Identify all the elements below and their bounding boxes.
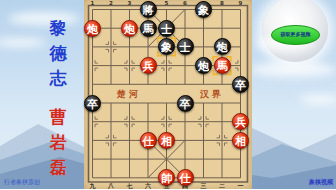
file-label-bottom: 三 <box>201 182 207 189</box>
piece-black-卒[interactable]: 卒 <box>177 95 194 112</box>
watermark-bottom-left: 行者象棋原创 <box>4 178 40 187</box>
piece-black-象[interactable]: 象 <box>195 1 212 18</box>
piece-red-馬[interactable]: 馬 <box>214 57 231 74</box>
piece-black-卒[interactable]: 卒 <box>232 76 249 93</box>
file-label-bottom: 七 <box>126 182 133 190</box>
piece-black-將[interactable]: 將 <box>140 1 157 18</box>
player-name-top: 黎德志 <box>48 16 68 91</box>
river-label-right: 汉界 <box>192 88 232 101</box>
video-frame: 获取更多视频 黎德志 曹岩磊 行者象棋原创 象棋视频 123456789九八七六… <box>0 0 336 189</box>
file-label-top: 2 <box>109 0 113 6</box>
piece-black-士[interactable]: 士 <box>158 20 175 37</box>
file-label-top: 8 <box>220 0 224 6</box>
file-label-top: 1 <box>91 0 95 6</box>
piece-red-仕[interactable]: 仕 <box>177 169 194 186</box>
piece-red-兵[interactable]: 兵 <box>140 57 157 74</box>
river-label-left: 楚河 <box>109 88 149 101</box>
file-label-top: 6 <box>183 0 187 6</box>
cloud <box>250 62 336 77</box>
piece-red-仕[interactable]: 仕 <box>140 132 157 149</box>
file-label-top: 5 <box>165 0 169 6</box>
piece-black-炮[interactable]: 炮 <box>214 38 231 55</box>
piece-red-相[interactable]: 相 <box>232 132 249 149</box>
cloud <box>8 12 80 25</box>
piece-red-相[interactable]: 相 <box>158 132 175 149</box>
file-label-bottom: 六 <box>144 182 151 189</box>
cloud <box>0 38 46 47</box>
file-label-bottom: 二 <box>218 182 225 189</box>
watermark-bottom-right: 象棋视频 <box>308 178 334 187</box>
file-label-bottom: 八 <box>107 182 115 189</box>
xiangqi-board[interactable]: 123456789九八七六五四三二一 楚河 汉界 將象炮炮馬士象士炮兵炮馬卒卒卒… <box>84 0 252 189</box>
file-label-top: 3 <box>128 0 132 6</box>
piece-black-馬[interactable]: 馬 <box>140 20 157 37</box>
piece-red-炮[interactable]: 炮 <box>84 20 101 37</box>
player-name-bottom: 曹岩磊 <box>48 105 68 180</box>
piece-black-卒[interactable]: 卒 <box>84 95 101 112</box>
file-label-bottom: 九 <box>89 182 96 190</box>
piece-red-炮[interactable]: 炮 <box>121 20 138 37</box>
subscribe-button[interactable]: 获取更多视频 <box>271 25 320 45</box>
file-label-bottom: 一 <box>238 182 244 189</box>
piece-black-炮[interactable]: 炮 <box>195 57 212 74</box>
file-label-top: 9 <box>239 0 243 6</box>
piece-black-士[interactable]: 士 <box>177 38 194 55</box>
